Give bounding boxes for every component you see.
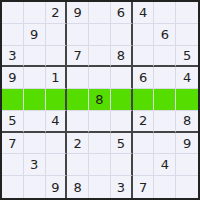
- cell-r9c6[interactable]: 3: [111, 176, 133, 198]
- cell-r5c6[interactable]: [111, 89, 133, 111]
- cell-r9c2[interactable]: [24, 176, 46, 198]
- cell-r1c2[interactable]: [24, 2, 46, 24]
- cell-r5c7[interactable]: [133, 89, 155, 111]
- cell-r2c7[interactable]: [133, 24, 155, 46]
- cell-r8c6[interactable]: [111, 154, 133, 176]
- cell-r1c7[interactable]: 4: [133, 2, 155, 24]
- cell-r3c9[interactable]: 5: [176, 46, 198, 68]
- cell-r6c8[interactable]: [154, 111, 176, 133]
- cell-r9c7[interactable]: 7: [133, 176, 155, 198]
- cell-r2c3[interactable]: [46, 24, 68, 46]
- cell-r5c2[interactable]: [24, 89, 46, 111]
- cell-r3c1[interactable]: 3: [2, 46, 24, 68]
- cell-r3c5[interactable]: [89, 46, 111, 68]
- cell-r5c1[interactable]: [2, 89, 24, 111]
- cell-r6c4[interactable]: [67, 111, 89, 133]
- cell-r6c9[interactable]: 8: [176, 111, 198, 133]
- cell-r5c9[interactable]: [176, 89, 198, 111]
- cell-r8c4[interactable]: [67, 154, 89, 176]
- cell-r4c9[interactable]: 4: [176, 67, 198, 89]
- cell-r8c8[interactable]: 4: [154, 154, 176, 176]
- cell-r6c1[interactable]: 5: [2, 111, 24, 133]
- cell-r6c3[interactable]: 4: [46, 111, 68, 133]
- cell-r8c2[interactable]: 3: [24, 154, 46, 176]
- cell-r5c4[interactable]: [67, 89, 89, 111]
- cell-r7c5[interactable]: [89, 133, 111, 155]
- cell-r1c3[interactable]: 2: [46, 2, 68, 24]
- cell-r1c8[interactable]: [154, 2, 176, 24]
- cell-r7c7[interactable]: [133, 133, 155, 155]
- cell-r9c4[interactable]: 8: [67, 176, 89, 198]
- cell-r7c9[interactable]: 9: [176, 133, 198, 155]
- cell-r4c2[interactable]: [24, 67, 46, 89]
- cell-r3c4[interactable]: 7: [67, 46, 89, 68]
- cell-r2c9[interactable]: [176, 24, 198, 46]
- cell-r4c1[interactable]: 9: [2, 67, 24, 89]
- cell-r4c4[interactable]: [67, 67, 89, 89]
- cell-r4c3[interactable]: 1: [46, 67, 68, 89]
- cell-r9c1[interactable]: [2, 176, 24, 198]
- cell-r9c5[interactable]: [89, 176, 111, 198]
- cell-r6c6[interactable]: [111, 111, 133, 133]
- cell-r4c5[interactable]: [89, 67, 111, 89]
- cell-r7c1[interactable]: 7: [2, 133, 24, 155]
- cell-r1c1[interactable]: [2, 2, 24, 24]
- sudoku-board: 29649637859164854287259349837: [0, 0, 200, 200]
- cell-r7c3[interactable]: [46, 133, 68, 155]
- cell-r6c7[interactable]: 2: [133, 111, 155, 133]
- cell-r8c1[interactable]: [2, 154, 24, 176]
- cell-r1c9[interactable]: [176, 2, 198, 24]
- cell-r7c6[interactable]: 5: [111, 133, 133, 155]
- cell-r2c2[interactable]: 9: [24, 24, 46, 46]
- cell-r3c8[interactable]: [154, 46, 176, 68]
- cell-r3c2[interactable]: [24, 46, 46, 68]
- cell-r5c3[interactable]: [46, 89, 68, 111]
- cell-r8c3[interactable]: [46, 154, 68, 176]
- cell-r3c6[interactable]: 8: [111, 46, 133, 68]
- cell-r2c6[interactable]: [111, 24, 133, 46]
- cell-r8c9[interactable]: [176, 154, 198, 176]
- cell-r3c7[interactable]: [133, 46, 155, 68]
- cell-r6c5[interactable]: [89, 111, 111, 133]
- cell-r2c4[interactable]: [67, 24, 89, 46]
- cell-r8c5[interactable]: [89, 154, 111, 176]
- cell-r2c8[interactable]: 6: [154, 24, 176, 46]
- cell-r1c6[interactable]: 6: [111, 2, 133, 24]
- cell-r1c5[interactable]: [89, 2, 111, 24]
- cell-r7c8[interactable]: [154, 133, 176, 155]
- cell-r2c5[interactable]: [89, 24, 111, 46]
- cell-r3c3[interactable]: [46, 46, 68, 68]
- cell-r7c4[interactable]: 2: [67, 133, 89, 155]
- cell-r9c3[interactable]: 9: [46, 176, 68, 198]
- cell-r8c7[interactable]: [133, 154, 155, 176]
- cell-r4c6[interactable]: [111, 67, 133, 89]
- cell-r1c4[interactable]: 9: [67, 2, 89, 24]
- cell-r5c8[interactable]: [154, 89, 176, 111]
- cell-r9c9[interactable]: [176, 176, 198, 198]
- cell-r5c5[interactable]: 8: [89, 89, 111, 111]
- cell-r2c1[interactable]: [2, 24, 24, 46]
- cell-r4c7[interactable]: 6: [133, 67, 155, 89]
- cell-r7c2[interactable]: [24, 133, 46, 155]
- cell-r6c2[interactable]: [24, 111, 46, 133]
- cell-r4c8[interactable]: [154, 67, 176, 89]
- cell-r9c8[interactable]: [154, 176, 176, 198]
